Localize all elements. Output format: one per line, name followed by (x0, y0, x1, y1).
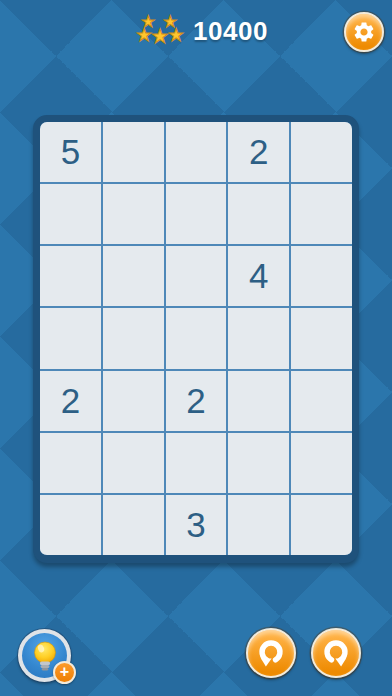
cell-r5c3[interactable]: 2 (166, 371, 227, 431)
cell-r3c3[interactable] (166, 246, 227, 306)
cell-r2c5[interactable] (291, 184, 352, 244)
redo-icon (320, 637, 352, 669)
cell-r7c3[interactable]: 3 (166, 495, 227, 555)
cell-r4c1[interactable] (40, 308, 101, 368)
cell-r2c4[interactable] (228, 184, 289, 244)
cell-r5c1[interactable]: 2 (40, 371, 101, 431)
gear-icon (352, 20, 376, 44)
hint-plus-badge: + (53, 661, 76, 684)
settings-button[interactable] (344, 12, 384, 52)
cell-r5c4[interactable] (228, 371, 289, 431)
cell-r1c4[interactable]: 2 (228, 122, 289, 182)
undo-button[interactable] (246, 628, 296, 678)
cell-r3c2[interactable] (103, 246, 164, 306)
undo-icon (255, 637, 287, 669)
star-icon: ★ (136, 26, 152, 44)
cell-r4c5[interactable] (291, 308, 352, 368)
cell-r7c5[interactable] (291, 495, 352, 555)
cell-r7c1[interactable] (40, 495, 101, 555)
cell-r5c2[interactable] (103, 371, 164, 431)
cell-r5c5[interactable] (291, 371, 352, 431)
cell-r3c5[interactable] (291, 246, 352, 306)
puzzle-board: 524223 (33, 115, 359, 563)
game-screen: { "game": { "type": "number-grid logic p… (0, 0, 392, 696)
cell-r3c1[interactable] (40, 246, 101, 306)
cell-r6c1[interactable] (40, 433, 101, 493)
cell-r7c2[interactable] (103, 495, 164, 555)
cell-r6c3[interactable] (166, 433, 227, 493)
redo-button[interactable] (311, 628, 361, 678)
cell-r1c1[interactable]: 5 (40, 122, 101, 182)
cell-r2c3[interactable] (166, 184, 227, 244)
cell-r4c3[interactable] (166, 308, 227, 368)
cell-r4c2[interactable] (103, 308, 164, 368)
stars-icon: ★ ★ ★ ★ ★ (136, 13, 186, 49)
score-group: ★ ★ ★ ★ ★ 10400 (136, 12, 268, 50)
cell-r1c5[interactable] (291, 122, 352, 182)
top-bar: ★ ★ ★ ★ ★ 10400 (0, 12, 392, 52)
star-icon: ★ (151, 26, 169, 46)
hint-button[interactable]: + (18, 629, 71, 682)
cell-r2c2[interactable] (103, 184, 164, 244)
cell-r2c1[interactable] (40, 184, 101, 244)
cell-r1c2[interactable] (103, 122, 164, 182)
cell-r6c2[interactable] (103, 433, 164, 493)
cell-r3c4[interactable]: 4 (228, 246, 289, 306)
cell-r7c4[interactable] (228, 495, 289, 555)
cell-r4c4[interactable] (228, 308, 289, 368)
cell-r1c3[interactable] (166, 122, 227, 182)
cell-r6c5[interactable] (291, 433, 352, 493)
star-icon: ★ (168, 26, 184, 44)
cell-r6c4[interactable] (228, 433, 289, 493)
score-label: 10400 (193, 16, 268, 47)
